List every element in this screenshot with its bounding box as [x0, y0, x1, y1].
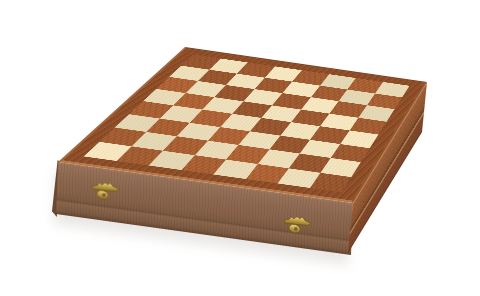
chess-box-scene — [0, 0, 480, 296]
left-brass-clasp — [88, 177, 122, 203]
right-brass-clasp — [280, 211, 315, 237]
